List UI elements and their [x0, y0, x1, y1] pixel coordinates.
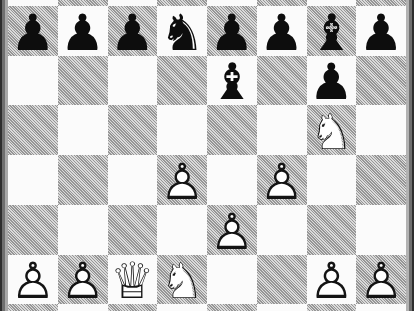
square-a2: ♟♙ [8, 255, 58, 305]
square-d4: ♟♙ [157, 155, 207, 205]
black-pawn: ♟ [207, 8, 257, 58]
white-knight-fill: ♞ [307, 107, 357, 157]
white-pawn: ♙ [58, 257, 108, 307]
white-king: ♔ [207, 306, 257, 311]
square-a5 [8, 105, 58, 155]
square-g3 [307, 205, 357, 255]
square-a1: ♜♖ [8, 304, 58, 311]
square-f6 [257, 56, 307, 106]
black-knight: ♞ [157, 8, 207, 58]
square-e5 [207, 105, 257, 155]
white-pawn-fill: ♟ [257, 157, 307, 207]
square-a3 [8, 205, 58, 255]
square-f7: ♟ [257, 6, 307, 56]
white-queen: ♕ [108, 257, 158, 307]
square-d6 [157, 56, 207, 106]
white-rook: ♖ [356, 306, 406, 311]
white-pawn: ♙ [356, 257, 406, 307]
square-f1: ♝♗ [257, 304, 307, 311]
square-b7: ♟ [58, 6, 108, 56]
square-c7: ♟ [108, 6, 158, 56]
square-c5 [108, 105, 158, 155]
square-h4 [356, 155, 406, 205]
white-pawn-fill: ♟ [157, 157, 207, 207]
square-g2: ♟♙ [307, 255, 357, 305]
board-frame-left [0, 0, 8, 311]
white-pawn: ♙ [257, 157, 307, 207]
board-frame-right [406, 0, 414, 311]
black-pawn: ♟ [58, 8, 108, 58]
square-h2: ♟♙ [356, 255, 406, 305]
square-c2: ♛♕ [108, 255, 158, 305]
square-h7: ♟ [356, 6, 406, 56]
square-c1 [108, 304, 158, 311]
square-c3 [108, 205, 158, 255]
square-c6 [108, 56, 158, 106]
square-a4 [8, 155, 58, 205]
square-g6: ♟ [307, 56, 357, 106]
black-bishop: ♝ [207, 58, 257, 108]
square-b4 [58, 155, 108, 205]
white-knight: ♘ [157, 257, 207, 307]
square-b1 [58, 304, 108, 311]
square-d7: ♞ [157, 6, 207, 56]
black-pawn: ♟ [108, 8, 158, 58]
square-h3 [356, 205, 406, 255]
white-rook-fill: ♜ [8, 306, 58, 311]
white-queen-fill: ♛ [108, 257, 158, 307]
white-pawn-fill: ♟ [207, 207, 257, 257]
white-knight-fill: ♞ [157, 257, 207, 307]
white-bishop-fill: ♝ [257, 306, 307, 311]
square-e3: ♟♙ [207, 205, 257, 255]
white-pawn-fill: ♟ [356, 257, 406, 307]
white-pawn-fill: ♟ [307, 257, 357, 307]
square-g5: ♞♘ [307, 105, 357, 155]
square-d2: ♞♘ [157, 255, 207, 305]
white-pawn: ♙ [157, 157, 207, 207]
square-g4 [307, 155, 357, 205]
white-pawn-fill: ♟ [8, 257, 58, 307]
black-bishop: ♝ [307, 8, 357, 58]
square-f5 [257, 105, 307, 155]
square-f4: ♟♙ [257, 155, 307, 205]
square-h5 [356, 105, 406, 155]
square-d3 [157, 205, 207, 255]
square-h6 [356, 56, 406, 106]
square-e2 [207, 255, 257, 305]
square-e7: ♟ [207, 6, 257, 56]
square-f3 [257, 205, 307, 255]
square-e6: ♝ [207, 56, 257, 106]
white-pawn: ♙ [307, 257, 357, 307]
square-h1: ♜♖ [356, 304, 406, 311]
white-rook-fill: ♜ [356, 306, 406, 311]
chess-board: ♜♛♜♚♟♟♟♞♟♟♝♟♝♟♞♘♟♙♟♙♟♙♟♙♟♙♛♕♞♘♟♙♟♙♜♖♚♔♝♗… [8, 0, 406, 311]
square-a7: ♟ [8, 6, 58, 56]
white-knight: ♘ [307, 107, 357, 157]
square-e4 [207, 155, 257, 205]
white-king-fill: ♚ [207, 306, 257, 311]
square-e1: ♚♔ [207, 304, 257, 311]
square-a6 [8, 56, 58, 106]
white-pawn: ♙ [8, 257, 58, 307]
square-d5 [157, 105, 207, 155]
white-pawn: ♙ [207, 207, 257, 257]
chess-diagram: ♜♛♜♚♟♟♟♞♟♟♝♟♝♟♞♘♟♙♟♙♟♙♟♙♟♙♛♕♞♘♟♙♟♙♜♖♚♔♝♗… [0, 0, 414, 311]
black-pawn: ♟ [356, 8, 406, 58]
square-d1 [157, 304, 207, 311]
square-g1 [307, 304, 357, 311]
black-pawn: ♟ [307, 58, 357, 108]
white-rook: ♖ [8, 306, 58, 311]
black-pawn: ♟ [8, 8, 58, 58]
square-b2: ♟♙ [58, 255, 108, 305]
square-c4 [108, 155, 158, 205]
white-bishop: ♗ [257, 306, 307, 311]
square-g7: ♝ [307, 6, 357, 56]
square-b3 [58, 205, 108, 255]
square-b6 [58, 56, 108, 106]
square-b5 [58, 105, 108, 155]
white-pawn-fill: ♟ [58, 257, 108, 307]
square-f2 [257, 255, 307, 305]
black-pawn: ♟ [257, 8, 307, 58]
